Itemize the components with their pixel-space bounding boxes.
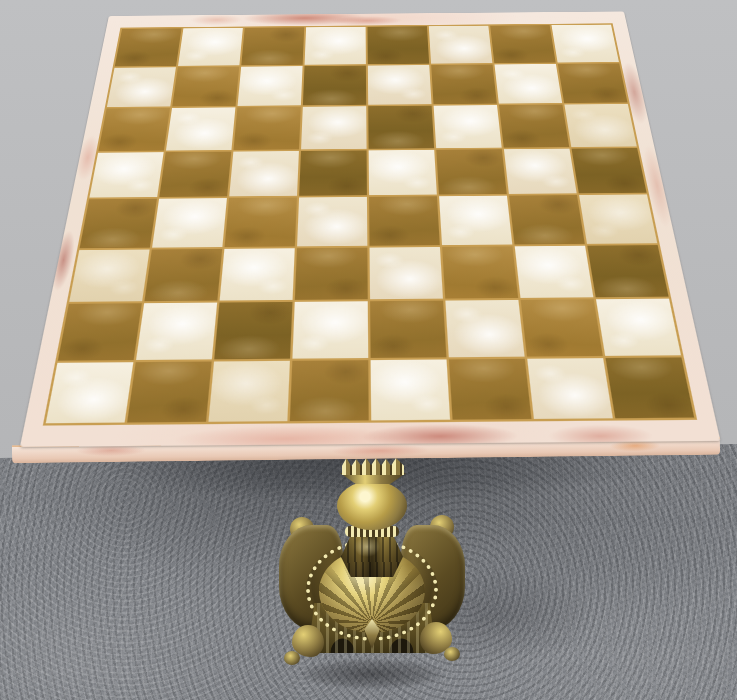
square-c5[interactable] — [229, 151, 299, 197]
square-d7[interactable] — [303, 65, 366, 105]
square-h3[interactable] — [587, 245, 668, 298]
square-f2[interactable] — [445, 300, 524, 357]
square-b3[interactable] — [144, 248, 222, 301]
square-c4[interactable] — [225, 197, 297, 246]
square-g2[interactable] — [521, 299, 603, 356]
square-b2[interactable] — [136, 303, 217, 360]
square-f5[interactable] — [436, 149, 507, 195]
square-c6[interactable] — [234, 107, 301, 150]
pedestal-toe-left — [284, 651, 300, 665]
square-d8[interactable] — [305, 27, 366, 65]
square-a6[interactable] — [98, 108, 170, 151]
board-squares — [46, 25, 694, 424]
square-f8[interactable] — [429, 26, 493, 64]
square-c7[interactable] — [238, 66, 303, 106]
brass-pedestal — [282, 455, 462, 700]
square-b4[interactable] — [152, 198, 227, 247]
square-b8[interactable] — [178, 28, 243, 66]
board-frame — [20, 11, 721, 447]
square-e8[interactable] — [367, 26, 429, 64]
pedestal-leaf-knop — [341, 535, 403, 577]
square-b6[interactable] — [166, 107, 235, 150]
square-h8[interactable] — [552, 25, 619, 63]
square-c1[interactable] — [208, 360, 290, 422]
square-g8[interactable] — [490, 25, 555, 63]
square-e4[interactable] — [369, 196, 440, 245]
square-g6[interactable] — [499, 105, 569, 148]
square-h6[interactable] — [564, 104, 636, 147]
square-f3[interactable] — [442, 246, 518, 299]
square-d3[interactable] — [295, 247, 368, 300]
square-e5[interactable] — [369, 149, 437, 195]
square-c8[interactable] — [241, 27, 304, 65]
pedestal-crown-capital — [342, 458, 404, 475]
square-a3[interactable] — [69, 249, 149, 302]
square-f6[interactable] — [434, 105, 502, 148]
square-b7[interactable] — [172, 66, 239, 106]
square-h5[interactable] — [571, 148, 646, 194]
square-h2[interactable] — [596, 299, 681, 356]
square-f4[interactable] — [439, 196, 512, 245]
square-d4[interactable] — [297, 197, 367, 246]
square-b1[interactable] — [127, 361, 212, 423]
square-e3[interactable] — [370, 247, 443, 300]
square-e2[interactable] — [370, 301, 446, 358]
square-f7[interactable] — [431, 64, 497, 104]
square-g4[interactable] — [509, 195, 585, 244]
square-c3[interactable] — [220, 248, 295, 301]
square-e6[interactable] — [368, 106, 434, 149]
square-d1[interactable] — [290, 360, 369, 422]
square-e7[interactable] — [368, 65, 432, 105]
square-g7[interactable] — [494, 64, 562, 104]
square-f1[interactable] — [449, 358, 532, 419]
square-d6[interactable] — [301, 106, 366, 149]
scene — [0, 0, 737, 700]
square-a2[interactable] — [58, 303, 142, 360]
pedestal-ball — [337, 481, 407, 530]
square-c2[interactable] — [214, 302, 292, 359]
square-h7[interactable] — [558, 63, 628, 103]
square-g5[interactable] — [504, 148, 577, 194]
square-h1[interactable] — [605, 357, 694, 418]
square-d5[interactable] — [299, 150, 367, 196]
square-e1[interactable] — [371, 359, 450, 420]
square-a4[interactable] — [80, 199, 157, 248]
square-d2[interactable] — [292, 301, 368, 358]
chess-board — [20, 11, 721, 447]
square-a8[interactable] — [115, 28, 182, 66]
square-a7[interactable] — [107, 67, 176, 107]
square-g3[interactable] — [515, 245, 594, 298]
square-g1[interactable] — [527, 358, 613, 419]
square-a1[interactable] — [46, 362, 134, 424]
pedestal-toe-right — [444, 647, 460, 661]
pedestal-base-shadow — [272, 653, 472, 695]
square-h4[interactable] — [579, 194, 657, 243]
square-b5[interactable] — [159, 151, 231, 197]
square-a5[interactable] — [89, 152, 163, 198]
